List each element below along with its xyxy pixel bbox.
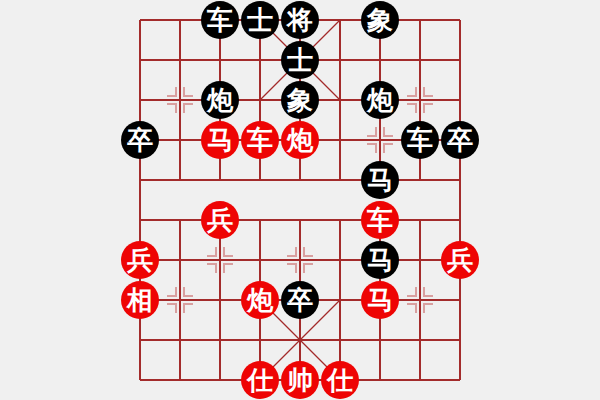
board-intersection[interactable]: 炮 bbox=[240, 280, 280, 320]
piece-black-cannon[interactable]: 炮 bbox=[361, 81, 399, 119]
board-intersection[interactable] bbox=[160, 320, 200, 360]
piece-red-advisor[interactable]: 仕 bbox=[241, 361, 279, 399]
board-intersection[interactable] bbox=[360, 120, 400, 160]
board-intersection[interactable]: 兵 bbox=[440, 240, 480, 280]
piece-black-soldier[interactable]: 卒 bbox=[281, 281, 319, 319]
piece-black-chariot[interactable]: 车 bbox=[401, 121, 439, 159]
board-intersection[interactable] bbox=[320, 40, 360, 80]
board-intersection[interactable] bbox=[160, 40, 200, 80]
piece-black-cannon[interactable]: 炮 bbox=[201, 81, 239, 119]
piece-red-cannon[interactable]: 炮 bbox=[241, 281, 279, 319]
board-intersection[interactable] bbox=[160, 360, 200, 400]
board-intersection[interactable] bbox=[200, 160, 240, 200]
piece-black-horse[interactable]: 马 bbox=[361, 241, 399, 279]
board-intersection[interactable] bbox=[400, 160, 440, 200]
board-intersection[interactable]: 相 bbox=[120, 280, 160, 320]
board-intersection[interactable] bbox=[120, 80, 160, 120]
board-intersection[interactable] bbox=[160, 0, 200, 40]
board-intersection[interactable]: 仕 bbox=[320, 360, 360, 400]
board-intersection[interactable]: 炮 bbox=[280, 120, 320, 160]
piece-red-chariot[interactable]: 车 bbox=[241, 121, 279, 159]
xiangqi-board: 车士将象士炮象炮卒马车炮车卒马兵车兵马兵相炮卒马仕帅仕 bbox=[120, 0, 480, 400]
board-intersection[interactable]: 车 bbox=[200, 0, 240, 40]
board-intersection[interactable] bbox=[240, 160, 280, 200]
piece-red-general[interactable]: 帅 bbox=[281, 361, 319, 399]
board-intersection[interactable] bbox=[440, 40, 480, 80]
board-intersection[interactable] bbox=[240, 240, 280, 280]
board-intersection[interactable] bbox=[440, 0, 480, 40]
piece-black-soldier[interactable]: 卒 bbox=[121, 121, 159, 159]
board-intersection[interactable] bbox=[400, 320, 440, 360]
board-intersection[interactable]: 炮 bbox=[360, 80, 400, 120]
board-intersection[interactable]: 士 bbox=[280, 40, 320, 80]
board-intersection[interactable] bbox=[200, 320, 240, 360]
board-intersection[interactable]: 帅 bbox=[280, 360, 320, 400]
piece-black-chariot[interactable]: 车 bbox=[201, 1, 239, 39]
piece-red-soldier[interactable]: 兵 bbox=[201, 201, 239, 239]
board-intersection[interactable] bbox=[320, 280, 360, 320]
board-intersection[interactable] bbox=[440, 280, 480, 320]
board-intersection[interactable] bbox=[320, 320, 360, 360]
board-intersection[interactable] bbox=[440, 320, 480, 360]
piece-red-chariot[interactable]: 车 bbox=[361, 201, 399, 239]
board-intersection[interactable]: 卒 bbox=[440, 120, 480, 160]
board-intersection[interactable] bbox=[400, 280, 440, 320]
board-intersection[interactable] bbox=[160, 80, 200, 120]
board-intersection[interactable] bbox=[160, 280, 200, 320]
board-intersection[interactable] bbox=[320, 200, 360, 240]
piece-black-advisor[interactable]: 士 bbox=[241, 1, 279, 39]
board-intersection[interactable] bbox=[120, 40, 160, 80]
board-intersection[interactable] bbox=[280, 200, 320, 240]
board-intersection[interactable]: 马 bbox=[360, 160, 400, 200]
board-intersection[interactable] bbox=[400, 200, 440, 240]
piece-red-soldier[interactable]: 兵 bbox=[121, 241, 159, 279]
board-intersection[interactable]: 马 bbox=[360, 240, 400, 280]
board-intersection[interactable]: 车 bbox=[240, 120, 280, 160]
piece-red-cannon[interactable]: 炮 bbox=[281, 121, 319, 159]
board-intersection[interactable]: 车 bbox=[360, 200, 400, 240]
board-intersection[interactable] bbox=[120, 0, 160, 40]
board-intersection[interactable] bbox=[160, 240, 200, 280]
board-intersection[interactable] bbox=[240, 200, 280, 240]
board-intersection[interactable] bbox=[400, 240, 440, 280]
board-intersection[interactable]: 将 bbox=[280, 0, 320, 40]
piece-red-soldier[interactable]: 兵 bbox=[441, 241, 479, 279]
board-intersection[interactable] bbox=[200, 360, 240, 400]
board-intersection[interactable]: 兵 bbox=[120, 240, 160, 280]
board-intersection[interactable] bbox=[400, 0, 440, 40]
board-intersection[interactable] bbox=[440, 160, 480, 200]
piece-red-elephant[interactable]: 相 bbox=[121, 281, 159, 319]
board-intersection[interactable] bbox=[360, 320, 400, 360]
piece-black-soldier[interactable]: 卒 bbox=[441, 121, 479, 159]
board-intersection[interactable] bbox=[280, 240, 320, 280]
piece-black-elephant[interactable]: 象 bbox=[281, 81, 319, 119]
board-intersection[interactable]: 士 bbox=[240, 0, 280, 40]
piece-black-advisor[interactable]: 士 bbox=[281, 41, 319, 79]
board-intersection[interactable] bbox=[400, 80, 440, 120]
board-intersection[interactable]: 象 bbox=[360, 0, 400, 40]
board-intersection[interactable] bbox=[280, 160, 320, 200]
board-intersection[interactable] bbox=[280, 320, 320, 360]
board-intersection[interactable]: 卒 bbox=[120, 120, 160, 160]
board-intersection[interactable] bbox=[200, 240, 240, 280]
board-intersection[interactable] bbox=[120, 320, 160, 360]
board-intersection[interactable]: 马 bbox=[360, 280, 400, 320]
board-intersection[interactable] bbox=[120, 160, 160, 200]
board-intersection[interactable] bbox=[320, 0, 360, 40]
xiangqi-app: 车士将象士炮象炮卒马车炮车卒马兵车兵马兵相炮卒马仕帅仕 bbox=[0, 0, 600, 400]
board-intersection[interactable]: 炮 bbox=[200, 80, 240, 120]
piece-black-general[interactable]: 将 bbox=[281, 1, 319, 39]
piece-black-horse[interactable]: 马 bbox=[361, 161, 399, 199]
board-intersection[interactable] bbox=[320, 80, 360, 120]
board-intersection[interactable] bbox=[400, 360, 440, 400]
board-intersection[interactable] bbox=[240, 320, 280, 360]
board-intersection[interactable]: 马 bbox=[200, 120, 240, 160]
piece-red-advisor[interactable]: 仕 bbox=[321, 361, 359, 399]
piece-black-elephant[interactable]: 象 bbox=[361, 1, 399, 39]
board-intersection[interactable] bbox=[320, 120, 360, 160]
board-intersection[interactable] bbox=[240, 40, 280, 80]
board-intersection[interactable]: 兵 bbox=[200, 200, 240, 240]
board-intersection[interactable] bbox=[200, 280, 240, 320]
board-intersection[interactable] bbox=[160, 200, 200, 240]
board-intersection[interactable] bbox=[160, 160, 200, 200]
board-intersection[interactable] bbox=[440, 360, 480, 400]
board-intersection[interactable] bbox=[120, 200, 160, 240]
board-intersection[interactable] bbox=[440, 200, 480, 240]
board-intersection[interactable] bbox=[360, 360, 400, 400]
piece-red-horse[interactable]: 马 bbox=[361, 281, 399, 319]
board-intersection[interactable] bbox=[360, 40, 400, 80]
board-intersection[interactable] bbox=[120, 360, 160, 400]
board-intersection[interactable] bbox=[440, 80, 480, 120]
board-intersection[interactable] bbox=[320, 240, 360, 280]
board-intersection[interactable]: 车 bbox=[400, 120, 440, 160]
board-intersection[interactable] bbox=[160, 120, 200, 160]
board-intersection[interactable]: 象 bbox=[280, 80, 320, 120]
board-intersection[interactable] bbox=[320, 160, 360, 200]
board-intersection[interactable] bbox=[400, 40, 440, 80]
board-intersection[interactable] bbox=[200, 40, 240, 80]
board-intersection[interactable] bbox=[240, 80, 280, 120]
board-intersection[interactable]: 仕 bbox=[240, 360, 280, 400]
board-intersection[interactable]: 卒 bbox=[280, 280, 320, 320]
piece-red-horse[interactable]: 马 bbox=[201, 121, 239, 159]
